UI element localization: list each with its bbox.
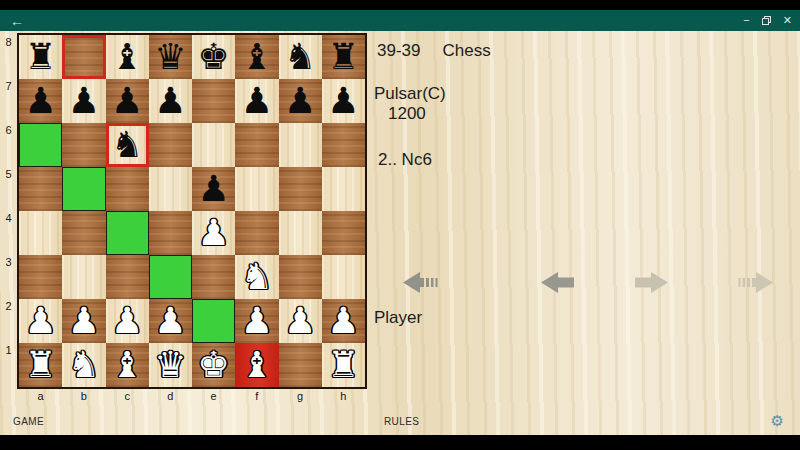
black-pawn-g7[interactable]: ♟ <box>284 79 316 123</box>
square-d3[interactable] <box>149 255 192 299</box>
square-h4[interactable] <box>322 211 365 255</box>
square-e6[interactable] <box>192 123 235 167</box>
square-f1[interactable]: ♝ <box>235 343 278 387</box>
square-b8[interactable] <box>62 35 105 79</box>
black-bishop-c8[interactable]: ♝ <box>111 35 143 79</box>
go-next-button[interactable] <box>631 271 668 294</box>
black-king-e8[interactable]: ♚ <box>197 35 229 79</box>
black-pawn-d7[interactable]: ♟ <box>154 79 186 123</box>
square-g8[interactable]: ♞ <box>279 35 322 79</box>
last-move-display: 2.. Nc6 <box>378 150 432 170</box>
rank-label-2: 2 <box>2 300 15 312</box>
opponent-rating: 1200 <box>388 104 426 124</box>
square-f2[interactable]: ♟ <box>235 299 278 343</box>
file-label-f: f <box>235 390 278 404</box>
minimize-icon[interactable]: − <box>743 15 749 26</box>
square-h3[interactable] <box>322 255 365 299</box>
square-b4[interactable] <box>62 211 105 255</box>
file-labels: abcdefgh <box>19 390 365 404</box>
white-queen-d1[interactable]: ♛ <box>154 343 186 387</box>
square-a4[interactable] <box>19 211 62 255</box>
black-knight-c6[interactable]: ♞ <box>111 123 143 167</box>
file-label-d: d <box>149 390 192 404</box>
square-f7[interactable]: ♟ <box>235 79 278 123</box>
white-bishop-c1[interactable]: ♝ <box>111 343 143 387</box>
square-e7[interactable] <box>192 79 235 123</box>
clock-display: 39-39 <box>377 41 420 61</box>
square-a2[interactable]: ♟ <box>19 299 62 343</box>
rank-label-1: 1 <box>2 344 15 356</box>
restore-icon[interactable] <box>762 16 771 25</box>
file-label-c: c <box>106 390 149 404</box>
file-label-g: g <box>279 390 322 404</box>
app-title: Chess <box>442 41 490 61</box>
rank-label-5: 5 <box>2 168 15 180</box>
square-e8[interactable]: ♚ <box>192 35 235 79</box>
square-a3[interactable] <box>19 255 62 299</box>
black-knight-g8[interactable]: ♞ <box>284 35 316 79</box>
rank-label-4: 4 <box>2 212 15 224</box>
square-a8[interactable]: ♜ <box>19 35 62 79</box>
square-c3[interactable] <box>106 255 149 299</box>
rank-label-7: 7 <box>2 80 15 92</box>
player-name: Player <box>374 308 422 328</box>
rewind-to-start-icon <box>403 271 440 294</box>
file-label-a: a <box>19 390 62 404</box>
file-label-h: h <box>322 390 365 404</box>
square-a5[interactable] <box>19 167 62 211</box>
square-f5[interactable] <box>235 167 278 211</box>
square-e1[interactable]: ♚ <box>192 343 235 387</box>
square-c8[interactable]: ♝ <box>106 35 149 79</box>
black-rook-a8[interactable]: ♜ <box>24 35 56 79</box>
go-last-button[interactable] <box>736 271 773 294</box>
black-rook-h8[interactable]: ♜ <box>327 35 359 79</box>
white-rook-h1[interactable]: ♜ <box>327 343 359 387</box>
square-g6[interactable] <box>279 123 322 167</box>
status-strip-top <box>0 0 800 10</box>
square-d1[interactable]: ♛ <box>149 343 192 387</box>
square-h2[interactable]: ♟ <box>322 299 365 343</box>
square-e2[interactable] <box>192 299 235 343</box>
square-c2[interactable]: ♟ <box>106 299 149 343</box>
square-e5[interactable]: ♟ <box>192 167 235 211</box>
rank-label-3: 3 <box>2 256 15 268</box>
white-pawn-h2[interactable]: ♟ <box>327 299 359 343</box>
square-g5[interactable] <box>279 167 322 211</box>
square-f6[interactable] <box>235 123 278 167</box>
forward-to-end-icon <box>736 271 773 294</box>
arrow-left-icon <box>541 271 578 294</box>
black-pawn-c7[interactable]: ♟ <box>111 79 143 123</box>
square-g1[interactable] <box>279 343 322 387</box>
square-e4[interactable]: ♟ <box>192 211 235 255</box>
back-arrow-icon[interactable]: ← <box>10 14 24 28</box>
square-b6[interactable] <box>62 123 105 167</box>
square-d2[interactable]: ♟ <box>149 299 192 343</box>
square-a7[interactable]: ♟ <box>19 79 62 123</box>
square-b7[interactable]: ♟ <box>62 79 105 123</box>
clock-title-row: 39-39 Chess <box>377 41 491 61</box>
opponent-name: Pulsar(C) <box>374 84 446 104</box>
square-d5[interactable] <box>149 167 192 211</box>
square-c7[interactable]: ♟ <box>106 79 149 123</box>
white-knight-b1[interactable]: ♞ <box>68 343 100 387</box>
black-queen-d8[interactable]: ♛ <box>154 35 186 79</box>
square-c4[interactable] <box>106 211 149 255</box>
square-h6[interactable] <box>322 123 365 167</box>
settings-gear-icon[interactable]: ⚙ <box>771 412 784 430</box>
white-bishop-f1[interactable]: ♝ <box>241 343 273 387</box>
square-b3[interactable] <box>62 255 105 299</box>
square-b1[interactable]: ♞ <box>62 343 105 387</box>
square-c6[interactable]: ♞ <box>106 123 149 167</box>
status-strip-bottom <box>0 435 800 450</box>
square-g2[interactable]: ♟ <box>279 299 322 343</box>
file-label-e: e <box>192 390 235 404</box>
square-c1[interactable]: ♝ <box>106 343 149 387</box>
square-g4[interactable] <box>279 211 322 255</box>
square-g3[interactable] <box>279 255 322 299</box>
white-pawn-f2[interactable]: ♟ <box>241 299 273 343</box>
square-h8[interactable]: ♜ <box>322 35 365 79</box>
square-d6[interactable] <box>149 123 192 167</box>
go-prev-button[interactable] <box>541 271 578 294</box>
square-f4[interactable] <box>235 211 278 255</box>
black-pawn-h7[interactable]: ♟ <box>327 79 359 123</box>
rank-label-6: 6 <box>2 124 15 136</box>
square-b5[interactable] <box>62 167 105 211</box>
square-h7[interactable]: ♟ <box>322 79 365 123</box>
arrow-right-icon <box>631 271 668 294</box>
black-pawn-a7[interactable]: ♟ <box>24 79 56 123</box>
white-pawn-d2[interactable]: ♟ <box>154 299 186 343</box>
square-a6[interactable] <box>19 123 62 167</box>
square-d4[interactable] <box>149 211 192 255</box>
file-label-b: b <box>62 390 105 404</box>
close-icon[interactable]: ✕ <box>783 15 792 26</box>
menu-rules-button[interactable]: RULES <box>384 416 419 427</box>
square-h5[interactable] <box>322 167 365 211</box>
black-pawn-e5[interactable]: ♟ <box>197 167 229 211</box>
white-pawn-c2[interactable]: ♟ <box>111 299 143 343</box>
rank-label-8: 8 <box>2 36 15 48</box>
menu-game-button[interactable]: GAME <box>13 416 44 427</box>
square-f3[interactable]: ♞ <box>235 255 278 299</box>
black-pawn-f7[interactable]: ♟ <box>241 79 273 123</box>
white-knight-f3[interactable]: ♞ <box>241 255 273 299</box>
square-f8[interactable]: ♝ <box>235 35 278 79</box>
chess-board-frame: ♜♝♛♚♝♞♜♟♟♟♟♟♟♟♞♟♟♞♟♟♟♟♟♟♟♜♞♝♛♚♝♜ <box>17 33 367 389</box>
white-pawn-e4[interactable]: ♟ <box>197 211 229 255</box>
titlebar: ← − ✕ <box>0 10 800 31</box>
square-h1[interactable]: ♜ <box>322 343 365 387</box>
rank-labels: 87654321 <box>2 33 15 389</box>
black-pawn-b7[interactable]: ♟ <box>68 79 100 123</box>
white-rook-a1[interactable]: ♜ <box>24 343 56 387</box>
square-e3[interactable] <box>192 255 235 299</box>
square-c5[interactable] <box>106 167 149 211</box>
square-a1[interactable]: ♜ <box>19 343 62 387</box>
white-pawn-b2[interactable]: ♟ <box>68 299 100 343</box>
square-g7[interactable]: ♟ <box>279 79 322 123</box>
white-pawn-a2[interactable]: ♟ <box>24 299 56 343</box>
square-b2[interactable]: ♟ <box>62 299 105 343</box>
white-king-e1[interactable]: ♚ <box>197 343 229 387</box>
square-d8[interactable]: ♛ <box>149 35 192 79</box>
chess-board[interactable]: ♜♝♛♚♝♞♜♟♟♟♟♟♟♟♞♟♟♞♟♟♟♟♟♟♟♜♞♝♛♚♝♜ <box>19 35 365 387</box>
go-first-button[interactable] <box>403 271 440 294</box>
white-pawn-g2[interactable]: ♟ <box>284 299 316 343</box>
black-bishop-f8[interactable]: ♝ <box>241 35 273 79</box>
square-d7[interactable]: ♟ <box>149 79 192 123</box>
app-window: ← − ✕ 87654321 ♜♝♛♚♝♞♜♟♟♟♟♟♟♟♞♟♟♞♟♟♟♟♟♟♟… <box>0 0 800 450</box>
